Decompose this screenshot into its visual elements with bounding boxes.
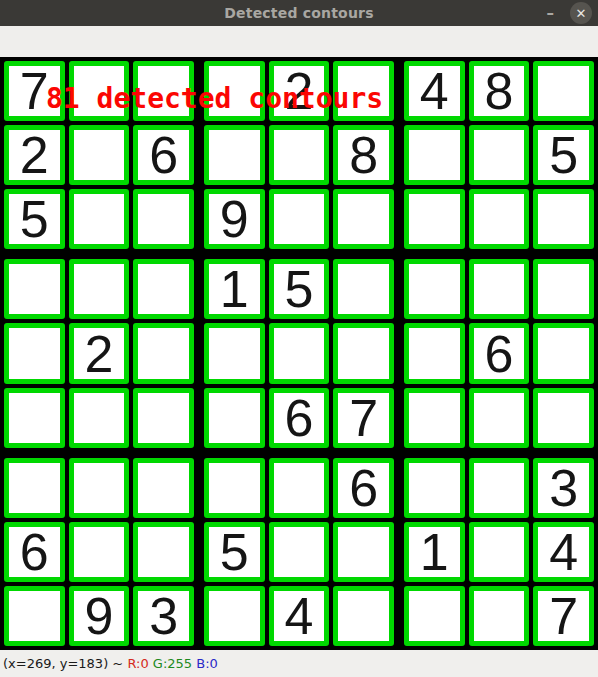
sudoku-cell-r4c5: 5 bbox=[269, 259, 330, 319]
sudoku-cell-r5c2: 2 bbox=[69, 323, 130, 383]
sudoku-cell-r9c9: 7 bbox=[533, 586, 594, 646]
sudoku-cell-r1c6 bbox=[333, 61, 394, 121]
sudoku-cell-r4c4: 1 bbox=[204, 259, 265, 319]
status-part-5: B:0 bbox=[196, 656, 218, 671]
sudoku-cell-r8c6 bbox=[333, 522, 394, 582]
sudoku-cell-r8c2 bbox=[69, 522, 130, 582]
sudoku-cell-r9c7 bbox=[404, 586, 465, 646]
sudoku-cell-r5c9 bbox=[533, 323, 594, 383]
sudoku-cell-r7c7 bbox=[404, 458, 465, 518]
window-controls: – ✕ bbox=[545, 0, 593, 26]
sudoku-cell-r1c5: 2 bbox=[269, 61, 330, 121]
sudoku-cell-r5c1 bbox=[4, 323, 65, 383]
sudoku-cell-r5c8: 6 bbox=[469, 323, 530, 383]
sudoku-cell-r8c7: 1 bbox=[404, 522, 465, 582]
sudoku-cell-r6c1 bbox=[4, 388, 65, 448]
sudoku-cell-r6c9 bbox=[533, 388, 594, 448]
sudoku-cell-r2c6: 8 bbox=[333, 125, 394, 185]
sudoku-cell-r7c5 bbox=[269, 458, 330, 518]
sudoku-cell-r7c1 bbox=[4, 458, 65, 518]
sudoku-cell-r7c2 bbox=[69, 458, 130, 518]
sudoku-board: 72482685591526676365149347 bbox=[0, 57, 598, 650]
sudoku-cell-r6c5: 6 bbox=[269, 388, 330, 448]
sudoku-cell-r7c3 bbox=[133, 458, 194, 518]
status-part-1: R:0 bbox=[127, 656, 148, 671]
image-canvas[interactable]: 72482685591526676365149347 81 detected c… bbox=[0, 57, 598, 650]
sudoku-cell-r4c7 bbox=[404, 259, 465, 319]
sudoku-cell-r2c5 bbox=[269, 125, 330, 185]
sudoku-cell-r3c9 bbox=[533, 189, 594, 249]
sudoku-cell-r2c9: 5 bbox=[533, 125, 594, 185]
status-bar: (x=269, y=183) ~ R:0 G:255 B:0 bbox=[0, 650, 598, 677]
sudoku-cell-r9c8 bbox=[469, 586, 530, 646]
sudoku-cell-r8c5 bbox=[269, 522, 330, 582]
sudoku-cell-r8c1: 6 bbox=[4, 522, 65, 582]
status-part-3: G:255 bbox=[153, 656, 192, 671]
opencv-window: Detected contours – ✕ 724826855915266763… bbox=[0, 0, 598, 677]
sudoku-cell-r9c4 bbox=[204, 586, 265, 646]
sudoku-cell-r3c2 bbox=[69, 189, 130, 249]
close-icon: ✕ bbox=[576, 6, 587, 21]
status-part-0: (x=269, y=183) ~ bbox=[3, 656, 127, 671]
sudoku-cell-r5c5 bbox=[269, 323, 330, 383]
sudoku-cell-r3c5 bbox=[269, 189, 330, 249]
sudoku-cell-r1c3 bbox=[133, 61, 194, 121]
sudoku-cell-r2c2 bbox=[69, 125, 130, 185]
sudoku-cell-r2c7 bbox=[404, 125, 465, 185]
sudoku-cell-r3c8 bbox=[469, 189, 530, 249]
sudoku-cell-r4c3 bbox=[133, 259, 194, 319]
sudoku-cell-r5c6 bbox=[333, 323, 394, 383]
sudoku-cell-r4c9 bbox=[533, 259, 594, 319]
sudoku-cell-r7c8 bbox=[469, 458, 530, 518]
sudoku-cell-r1c9 bbox=[533, 61, 594, 121]
sudoku-cell-r9c1 bbox=[4, 586, 65, 646]
window-titlebar[interactable]: Detected contours – ✕ bbox=[0, 0, 598, 26]
sudoku-cell-r7c6: 6 bbox=[333, 458, 394, 518]
sudoku-cell-r3c7 bbox=[404, 189, 465, 249]
sudoku-cell-r5c3 bbox=[133, 323, 194, 383]
sudoku-cell-r4c8 bbox=[469, 259, 530, 319]
sudoku-cell-r8c8 bbox=[469, 522, 530, 582]
sudoku-cell-r1c8: 8 bbox=[469, 61, 530, 121]
sudoku-cell-r9c5: 4 bbox=[269, 586, 330, 646]
sudoku-cell-r6c3 bbox=[133, 388, 194, 448]
sudoku-cell-r9c3: 3 bbox=[133, 586, 194, 646]
sudoku-cell-r6c6: 7 bbox=[333, 388, 394, 448]
sudoku-cell-r3c4: 9 bbox=[204, 189, 265, 249]
sudoku-cell-r3c1: 5 bbox=[4, 189, 65, 249]
sudoku-cell-r2c3: 6 bbox=[133, 125, 194, 185]
sudoku-cell-r1c7: 4 bbox=[404, 61, 465, 121]
sudoku-cell-r1c1: 7 bbox=[4, 61, 65, 121]
sudoku-cell-r3c3 bbox=[133, 189, 194, 249]
sudoku-cell-r4c6 bbox=[333, 259, 394, 319]
sudoku-cell-r9c6 bbox=[333, 586, 394, 646]
sudoku-cell-r5c7 bbox=[404, 323, 465, 383]
sudoku-cell-r7c4 bbox=[204, 458, 265, 518]
sudoku-cell-r5c4 bbox=[204, 323, 265, 383]
sudoku-cell-r2c4 bbox=[204, 125, 265, 185]
sudoku-cell-r3c6 bbox=[333, 189, 394, 249]
sudoku-cell-r6c8 bbox=[469, 388, 530, 448]
sudoku-cell-r1c4 bbox=[204, 61, 265, 121]
window-toolbar-strip bbox=[0, 26, 598, 57]
sudoku-cell-r2c8 bbox=[469, 125, 530, 185]
sudoku-cell-r7c9: 3 bbox=[533, 458, 594, 518]
sudoku-cell-r8c4: 5 bbox=[204, 522, 265, 582]
sudoku-cell-r9c2: 9 bbox=[69, 586, 130, 646]
sudoku-cell-r4c1 bbox=[4, 259, 65, 319]
close-button[interactable]: ✕ bbox=[570, 2, 592, 24]
sudoku-cell-r6c7 bbox=[404, 388, 465, 448]
sudoku-cell-r2c1: 2 bbox=[4, 125, 65, 185]
sudoku-cell-r8c9: 4 bbox=[533, 522, 594, 582]
sudoku-cell-r4c2 bbox=[69, 259, 130, 319]
sudoku-cell-r6c4 bbox=[204, 388, 265, 448]
sudoku-cell-r1c2 bbox=[69, 61, 130, 121]
sudoku-cell-r8c3 bbox=[133, 522, 194, 582]
minimize-button[interactable]: – bbox=[545, 0, 557, 26]
sudoku-cell-r6c2 bbox=[69, 388, 130, 448]
window-title: Detected contours bbox=[224, 5, 373, 21]
